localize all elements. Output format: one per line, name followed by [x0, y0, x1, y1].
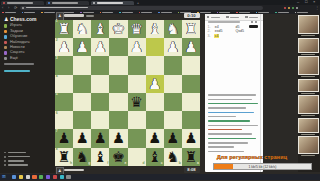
logo-text: Chess.com [10, 16, 37, 22]
square-f8[interactable]: f♝ [91, 148, 109, 166]
ad-caption [301, 155, 315, 156]
square-b2[interactable]: ♟ [164, 38, 182, 56]
bottom-player-name[interactable] [64, 169, 84, 171]
tab-title [7, 2, 33, 3]
square-e6[interactable] [109, 111, 127, 129]
play-icon [4, 24, 7, 27]
info-line [208, 112, 254, 114]
tab-favicon [93, 2, 95, 4]
extension-icon[interactable] [288, 7, 290, 9]
ad-image[interactable] [298, 136, 319, 154]
panel-tab-label [249, 17, 258, 18]
file-label: b [179, 162, 181, 165]
square-h8[interactable]: 8h♜ [55, 148, 73, 166]
info-line [208, 120, 250, 122]
chess-board: 1♜♞♝♚♛♝♞♜2♟♟♟♟♟♟34♟5♛67♟♟♟♟♟♟♟8h♜g♞f♝e♚d… [55, 20, 200, 166]
sidebar: ♟ Chess.com ИгратьЗадачиОбучениеНаблюдат… [0, 14, 55, 174]
rank-label: 5 [56, 93, 58, 96]
window-minimize-button[interactable]: – [297, 0, 299, 4]
square-e5[interactable] [109, 93, 127, 111]
collapse-icon [4, 164, 6, 166]
square-c2[interactable] [146, 38, 164, 56]
white-rook: ♜ [182, 20, 200, 38]
square-h7[interactable]: 7♟ [55, 129, 73, 147]
ad-caption [301, 76, 315, 77]
black-pawn: ♟ [109, 129, 127, 147]
bookmark-item[interactable] [258, 12, 269, 13]
info-line [208, 94, 256, 96]
taskbar-app-icon[interactable] [46, 175, 50, 179]
black-pawn: ♟ [164, 129, 182, 147]
square-d5[interactable]: ♛ [128, 93, 146, 111]
square-e8[interactable]: e♚ [109, 148, 127, 166]
square-d3[interactable] [128, 56, 146, 74]
info-line [208, 107, 246, 109]
bookmark-favicon[interactable] [275, 12, 277, 14]
square-g8[interactable]: g♞ [73, 148, 91, 166]
top-player-bar: ♟ 0:10 [55, 12, 200, 19]
square-c5[interactable] [146, 93, 164, 111]
ad-image[interactable] [298, 95, 319, 114]
panel-tab-icon [226, 16, 228, 18]
support-icon [4, 156, 6, 158]
bookmark-item[interactable] [297, 12, 308, 13]
square-f1[interactable]: ♝ [91, 20, 109, 38]
square-h4[interactable]: 4 [55, 75, 73, 93]
info-line [208, 125, 258, 127]
square-b3[interactable] [164, 56, 182, 74]
bottom-player-clock: 8:08 [184, 167, 200, 173]
extension-icon[interactable] [296, 7, 298, 9]
file-label: d [143, 162, 145, 165]
top-player-name[interactable] [64, 14, 84, 16]
forward-icon[interactable]: › [8, 6, 9, 10]
square-a4[interactable] [182, 75, 200, 93]
square-a6[interactable] [182, 111, 200, 129]
panel-tab-label [230, 17, 239, 18]
rank-label: 6 [56, 112, 58, 115]
square-g4[interactable] [73, 75, 91, 93]
sidebar-link[interactable] [4, 70, 30, 72]
ad-caption [301, 54, 315, 55]
file-label: e [125, 162, 127, 165]
extension-icon[interactable] [292, 7, 294, 9]
info-line [208, 138, 256, 140]
ads-column [298, 14, 320, 172]
black-queen: ♛ [128, 93, 146, 111]
square-b6[interactable] [164, 111, 182, 129]
rank-label: 8 [56, 148, 58, 151]
square-e7[interactable]: ♟ [109, 129, 127, 147]
white-bishop: ♝ [91, 20, 109, 38]
padlock-icon [22, 7, 24, 9]
move-panel-tabs [205, 14, 263, 21]
panel-caption [208, 21, 240, 23]
ad-caption [301, 93, 315, 94]
progress-text: 1 kb/5 kb (12 kb/s) [214, 165, 312, 169]
black-pawn: ♟ [182, 129, 200, 147]
square-b5[interactable] [164, 93, 182, 111]
move-white[interactable]: c4 [214, 34, 219, 38]
sidebar-secondary-item[interactable] [4, 63, 34, 65]
square-b4[interactable] [164, 75, 182, 93]
taskbar-app-icon[interactable] [26, 175, 30, 179]
square-f2[interactable]: ♟ [91, 38, 109, 56]
bookmark-item[interactable] [200, 12, 211, 13]
square-d6[interactable] [128, 111, 146, 129]
square-c1[interactable]: ♝ [146, 20, 164, 38]
tab-favicon [48, 2, 50, 4]
file-label: a [197, 162, 199, 165]
square-c3[interactable] [146, 56, 164, 74]
file-label: c [161, 162, 163, 165]
square-c4[interactable]: ♟ [146, 75, 164, 93]
white-king: ♚ [109, 20, 127, 38]
sidebar-item-label: Играть [10, 24, 22, 28]
file-label: f [107, 162, 108, 165]
info-line [208, 133, 252, 135]
black-pawn: ♟ [91, 129, 109, 147]
square-f4[interactable] [91, 75, 109, 93]
bookmark-item[interactable] [24, 12, 35, 13]
bookmark-favicon[interactable] [295, 12, 297, 14]
taskbar-app-icon[interactable] [19, 175, 23, 179]
ad-caption [301, 134, 315, 135]
white-bishop: ♝ [146, 20, 164, 38]
bookmark-item[interactable] [278, 12, 289, 13]
language-icon [4, 160, 6, 162]
panel-tab-icon [245, 16, 247, 18]
taskbar-app-icon[interactable] [66, 175, 70, 179]
info-line [208, 146, 234, 148]
white-pawn: ♟ [164, 38, 182, 56]
sidebar-footer-collapse[interactable] [8, 164, 28, 166]
bookmark-item[interactable] [5, 12, 16, 13]
start-button[interactable]: ⊞ [2, 175, 6, 180]
black-pawn: ♟ [73, 129, 91, 147]
window-close-button[interactable]: × [313, 0, 315, 4]
square-b8[interactable]: b♞ [164, 148, 182, 166]
white-pawn: ♟ [182, 38, 200, 56]
download-progress-bar: 1 kb/5 kb (12 kb/s) [213, 163, 312, 170]
square-e2[interactable] [109, 38, 127, 56]
square-c8[interactable]: c♝ [146, 148, 164, 166]
sidebar-item-label: Новости [10, 46, 25, 50]
square-g7[interactable]: ♟ [73, 129, 91, 147]
panel-settings-icon[interactable] [251, 21, 253, 23]
info-line [208, 142, 248, 144]
square-d2[interactable]: ♟ [128, 38, 146, 56]
square-g2[interactable]: ♟ [73, 38, 91, 56]
move-row: 3.c4 [205, 34, 262, 38]
pawn-logo-icon: ♟ [4, 16, 8, 22]
tab-favicon [3, 2, 5, 4]
ad-image[interactable] [298, 56, 319, 75]
learn-icon [4, 35, 7, 38]
ad-image[interactable] [298, 15, 319, 34]
square-b7[interactable]: ♟ [164, 129, 182, 147]
panel-tab-1[interactable] [205, 14, 224, 20]
square-f5[interactable] [91, 93, 109, 111]
square-h6[interactable]: 6 [55, 111, 73, 129]
white-pawn: ♟ [128, 38, 146, 56]
panel-tab-label [211, 17, 220, 18]
square-h3[interactable]: 3 [55, 56, 73, 74]
white-knight: ♞ [164, 20, 182, 38]
square-f3[interactable] [91, 56, 109, 74]
taskbar: ⊞ [0, 174, 320, 181]
rank-label: 2 [56, 39, 58, 42]
panel-tab-2[interactable] [224, 14, 243, 20]
square-h5[interactable]: 5 [55, 93, 73, 111]
watch-icon [4, 41, 7, 44]
window-maximize-button[interactable]: □ [305, 0, 307, 4]
bookmark-favicon[interactable] [256, 12, 258, 14]
black-pawn: ♟ [146, 129, 164, 147]
white-knight: ♞ [73, 20, 91, 38]
square-h2[interactable]: 2♟ [55, 38, 73, 56]
extension-icon[interactable] [284, 7, 286, 9]
taskbar-app-icon[interactable] [60, 175, 64, 179]
sidebar-item-more[interactable]: Ещё [0, 56, 55, 61]
info-line [208, 129, 242, 131]
sidebar-item-label: Ещё [10, 57, 18, 61]
rank-label: 4 [56, 75, 58, 78]
taskbar-app-icon[interactable] [39, 175, 43, 179]
square-c7[interactable]: ♟ [146, 129, 164, 147]
square-a5[interactable] [182, 93, 200, 111]
square-g1[interactable]: ♞ [73, 20, 91, 38]
bookmark-favicon[interactable] [236, 12, 238, 14]
square-f7[interactable]: ♟ [91, 129, 109, 147]
square-a7[interactable]: ♟ [182, 129, 200, 147]
puzzles-icon [4, 30, 7, 33]
sidebar-footer-support[interactable] [8, 156, 30, 158]
taskbar-app-icon[interactable] [32, 175, 36, 179]
square-e4[interactable] [109, 75, 127, 93]
square-e3[interactable] [109, 56, 127, 74]
white-pawn: ♟ [73, 38, 91, 56]
move-panel: 1.e4d52.exd5Qxd53.c4 [205, 14, 263, 172]
panel-tab-icon [207, 16, 209, 18]
new-tab-button[interactable]: + [137, 1, 139, 5]
rank-label: 3 [56, 57, 58, 60]
sidebar-item-label: Наблюдать [10, 41, 30, 45]
ad-image[interactable] [298, 118, 319, 133]
chesscom-logo[interactable]: ♟ Chess.com [4, 16, 37, 22]
move-number: 3. [208, 34, 211, 38]
settings-icon [4, 152, 6, 154]
square-c6[interactable] [146, 111, 164, 129]
back-icon[interactable]: ‹ [2, 6, 3, 10]
square-d7[interactable] [128, 129, 146, 147]
panel-scrollbar[interactable] [260, 14, 261, 172]
rank-label: 7 [56, 130, 58, 133]
top-player-clock: 0:10 [184, 13, 200, 19]
more-icon [4, 57, 7, 60]
tab-title [97, 2, 123, 3]
info-line [208, 116, 236, 118]
ad-caption [301, 115, 315, 116]
taskbar-app-icon[interactable] [12, 175, 16, 179]
ad-caption [301, 35, 315, 36]
ad-image[interactable] [298, 38, 319, 53]
sidebar-item-label: Обучение [10, 35, 27, 39]
white-pawn: ♟ [146, 75, 164, 93]
sidebar-footer-language[interactable] [8, 160, 24, 162]
square-a1[interactable]: ♜ [182, 20, 200, 38]
bookmark-item[interactable] [219, 12, 230, 13]
recording-watermark: Для регулярных страниц [217, 154, 288, 160]
square-d1[interactable]: ♛ [128, 20, 146, 38]
file-label: g [88, 162, 90, 165]
tab-title [52, 2, 78, 3]
sidebar-footer-settings[interactable] [8, 152, 26, 154]
sidebar-item-label: Соцсеть [10, 51, 25, 55]
address-bar[interactable] [20, 6, 263, 10]
url-text [26, 7, 88, 8]
square-a2[interactable]: ♟ [182, 38, 200, 56]
refresh-icon[interactable]: ⟳ [14, 6, 17, 10]
white-queen: ♛ [128, 20, 146, 38]
browser-menu-icon[interactable]: ⋮ [315, 6, 319, 10]
bookmark-item[interactable] [44, 12, 55, 13]
top-player-rating [86, 15, 94, 17]
taskbar-app-icon[interactable] [53, 175, 57, 179]
square-a3[interactable] [182, 56, 200, 74]
info-line [208, 99, 252, 101]
square-g5[interactable] [73, 93, 91, 111]
social-icon [4, 51, 7, 54]
white-pawn: ♟ [91, 38, 109, 56]
square-f6[interactable] [91, 111, 109, 129]
rank-label: 1 [56, 20, 58, 23]
square-e1[interactable]: ♚ [109, 20, 127, 38]
square-h1[interactable]: 1♜ [55, 20, 73, 38]
sidebar-item-label: Задачи [10, 30, 23, 34]
ad-image[interactable] [298, 79, 319, 92]
square-d4[interactable] [128, 75, 146, 93]
square-d8[interactable]: d [128, 148, 146, 166]
square-a8[interactable]: a♜ [182, 148, 200, 166]
info-line [208, 151, 244, 153]
info-line [208, 103, 258, 105]
bookmark-favicon[interactable] [217, 12, 219, 14]
panel-flip-icon[interactable] [255, 21, 257, 23]
square-b1[interactable]: ♞ [164, 20, 182, 38]
square-g3[interactable] [73, 56, 91, 74]
square-g6[interactable] [73, 111, 91, 129]
bookmark-item[interactable] [239, 12, 250, 13]
file-label: h [70, 162, 72, 165]
news-icon [4, 46, 7, 49]
